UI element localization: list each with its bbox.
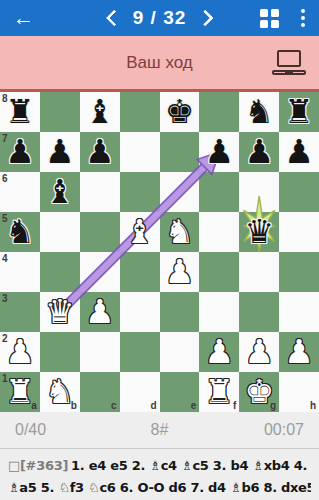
piece-white-rook-a1[interactable]: ♜	[5, 372, 35, 412]
puzzle-id: □[#363]	[8, 458, 68, 473]
piece-white-pawn-a2[interactable]: ♟	[5, 332, 35, 372]
piece-white-pawn-f2[interactable]: ♟	[205, 332, 235, 372]
puzzle-counter: 9 / 32	[133, 7, 187, 29]
chevron-left-icon	[105, 10, 122, 27]
laptop-base	[272, 70, 306, 75]
piece-white-knight-e5[interactable]: ♞	[165, 212, 195, 252]
piece-black-knight-g8[interactable]: ♞	[244, 92, 274, 132]
piece-white-king-g1[interactable]: ♚	[244, 372, 274, 412]
overflow-menu-button[interactable]	[295, 5, 311, 31]
board-pieces: ♜♝♚♞♜♟♟♟♟♟♟♝♞♝♞♛♟♛♟♟♟♟♟♜♞♜♚	[0, 92, 319, 412]
piece-black-bishop-b6[interactable]: ♝	[45, 172, 75, 212]
piece-white-rook-f1[interactable]: ♜	[205, 372, 235, 412]
piece-black-king-e8[interactable]: ♚	[165, 92, 195, 132]
piece-black-pawn-h7[interactable]: ♟	[284, 132, 314, 172]
piece-black-bishop-c8[interactable]: ♝	[85, 92, 115, 132]
piece-white-pawn-h2[interactable]: ♟	[284, 332, 314, 372]
piece-white-knight-b1[interactable]: ♞	[45, 372, 75, 412]
move-list[interactable]: □[#363]1. e4 e5 2. ♗c4 ♗c5 3. b4 ♗xb4 4.…	[0, 449, 319, 499]
piece-white-pawn-c3[interactable]: ♟	[85, 292, 115, 332]
piece-black-pawn-a7[interactable]: ♟	[5, 132, 35, 172]
back-arrow-icon[interactable]: ←	[13, 7, 34, 28]
topbar-actions	[260, 0, 311, 36]
moves-line-1-wrap: □[#363]1. e4 e5 2. ♗c4 ♗c5 3. b4 ♗xb4 4.…	[8, 455, 311, 477]
puzzle-grid-button[interactable]	[260, 9, 279, 28]
chess-board[interactable]: 87654321abcdefgh ♜♝♚♞♜♟♟♟♟♟♟♝♞♝♞♛♟♛♟♟♟♟♟…	[0, 92, 319, 412]
score-counter: 0/40	[15, 421, 111, 439]
piece-black-pawn-g7[interactable]: ♟	[244, 132, 274, 172]
top-navigation-bar: ← 9 / 32	[0, 0, 319, 36]
piece-white-queen-b3[interactable]: ♛	[45, 292, 75, 332]
piece-black-queen-g5[interactable]: ♛	[244, 212, 274, 252]
piece-white-pawn-g2[interactable]: ♟	[244, 332, 274, 372]
piece-black-pawn-c7[interactable]: ♟	[85, 132, 115, 172]
moves-line-1: 1. e4 e5 2. ♗c4 ♗c5 3. b4 ♗xb4 4. c3	[71, 458, 311, 473]
laptop-screen	[277, 50, 301, 67]
moves-line-2: ♗a5 5. ♘f3 ♘c6 6. O-O d6 7. d4 ♗b6 8. dx…	[8, 477, 311, 499]
piece-black-pawn-f7[interactable]: ♟	[205, 132, 235, 172]
chess-tactics-app: ← 9 / 32 Ваш ход 87654321abcdefgh ♜♝♚♞♜♟…	[0, 0, 319, 500]
piece-black-rook-h8[interactable]: ♜	[284, 92, 314, 132]
previous-puzzle-button[interactable]	[103, 6, 121, 30]
piece-black-knight-a5[interactable]: ♞	[5, 212, 35, 252]
piece-white-bishop-d5[interactable]: ♝	[125, 212, 155, 252]
puzzle-goal: 8#	[111, 421, 207, 439]
next-puzzle-button[interactable]	[198, 6, 216, 30]
chevron-right-icon	[197, 10, 214, 27]
status-text: Ваш ход	[126, 53, 192, 73]
timer: 00:07	[208, 421, 304, 439]
piece-black-pawn-b7[interactable]: ♟	[45, 132, 75, 172]
piece-white-pawn-e4[interactable]: ♟	[165, 252, 195, 292]
move-status-banner: Ваш ход	[0, 36, 319, 89]
puzzle-pager: 9 / 32	[103, 0, 217, 36]
laptop-icon[interactable]	[272, 50, 306, 76]
status-bar: 0/40 8# 00:07	[0, 412, 319, 449]
piece-black-rook-a8[interactable]: ♜	[5, 92, 35, 132]
